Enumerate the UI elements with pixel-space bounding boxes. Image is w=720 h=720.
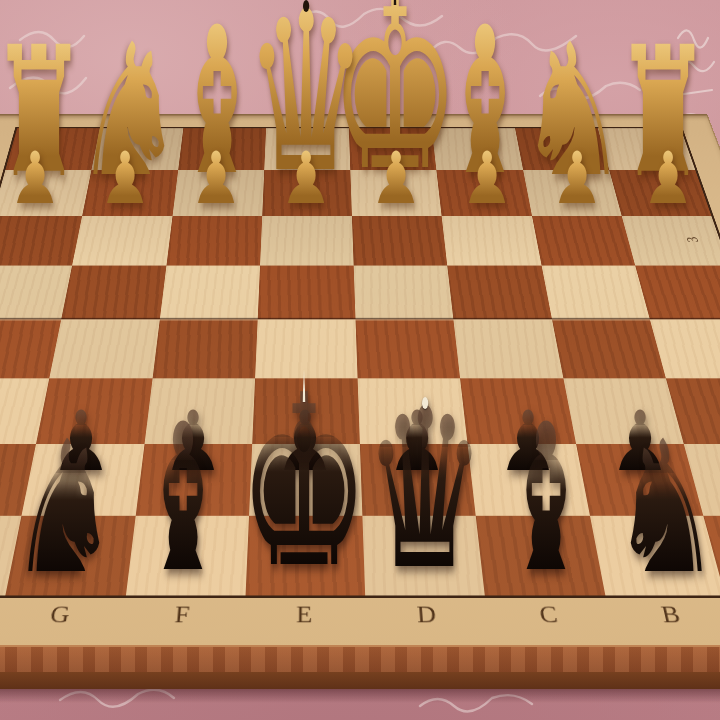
black-pawn-h7[interactable]: ♟	[0, 398, 2, 470]
dark-spike-finial	[394, 0, 397, 5]
white-pawn-g2[interactable]: ♟	[98, 141, 153, 203]
black-knight-b8[interactable]: ♞	[610, 413, 720, 571]
white-pawn-f2[interactable]: ♟	[188, 141, 243, 203]
white-pawn-h2[interactable]: ♟	[7, 141, 62, 203]
pieces-layer: ♜♞♝♛♚♝♞♜♟♟♟♟♟♟♟♟♟♟♟♟♟♟♟♟♜♞♝♚♛♝♞♜	[0, 0, 720, 720]
black-bishop-f8[interactable]: ♝	[127, 393, 240, 569]
black-queen-d8[interactable]: ♛	[363, 374, 487, 566]
dark-ball-finial	[303, 0, 309, 12]
white-pawn-c2[interactable]: ♟	[459, 141, 514, 203]
white-pawn-d2[interactable]: ♟	[369, 141, 424, 203]
light-spike-finial	[303, 370, 306, 403]
light-ball-finial	[422, 397, 428, 409]
white-pawn-a2[interactable]: ♟	[640, 141, 695, 203]
black-king-e8[interactable]: ♚	[238, 359, 370, 564]
white-pawn-e2[interactable]: ♟	[278, 141, 333, 203]
black-knight-g8[interactable]: ♞	[6, 413, 119, 571]
white-pawn-b2[interactable]: ♟	[550, 141, 605, 203]
photo-scene: GFEDCB 123 ♜♞♝♛♚♝♞♜♟♟♟♟♟♟♟♟♟♟♟♟♟♟♟♟♜♞♝♚♛…	[0, 0, 720, 720]
black-bishop-c8[interactable]: ♝	[489, 393, 602, 569]
